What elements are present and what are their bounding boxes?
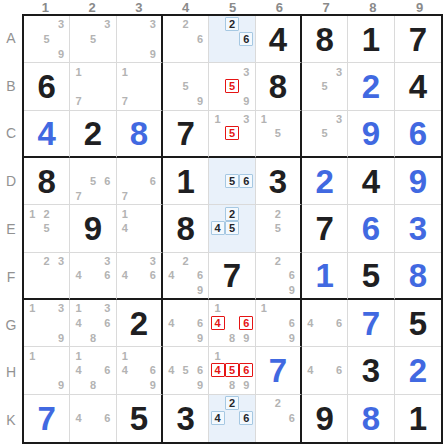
cell-G5[interactable]: 18946: [209, 300, 255, 347]
cell-B2[interactable]: 17: [70, 63, 116, 110]
candidate-E1-5: 5: [39, 221, 53, 236]
solved-digit-C8: 9: [348, 111, 393, 156]
given-digit-K4: 3: [163, 395, 208, 442]
candidates-D3: 67: [118, 159, 160, 203]
cell-K7[interactable]: 9: [302, 395, 348, 442]
cell-G1[interactable]: 139: [24, 300, 70, 347]
solved-digit-D7: 2: [302, 158, 347, 204]
candidate-G5-9: 9: [239, 331, 253, 346]
candidate-G4-6: 6: [193, 316, 207, 331]
cell-G6[interactable]: 169: [256, 300, 302, 347]
cell-F4[interactable]: 2469: [163, 253, 209, 300]
candidate-K6-2: 2: [271, 396, 285, 411]
cell-B5[interactable]: 395: [209, 63, 255, 110]
candidate-G1-3: 3: [54, 301, 68, 316]
candidate-H5-5-eliminated: 5: [225, 363, 239, 378]
candidate-B4-9: 9: [193, 94, 207, 109]
given-digit-D4: 1: [163, 158, 208, 204]
candidates-E3: 14: [118, 206, 160, 250]
candidate-C7-5: 5: [317, 126, 331, 140]
cell-H6[interactable]: 7: [256, 347, 302, 394]
cell-A7[interactable]: 8: [302, 16, 348, 63]
cell-H8[interactable]: 3: [348, 347, 394, 394]
candidate-A3-9: 9: [146, 47, 160, 62]
column-label-9: 9: [396, 0, 443, 14]
candidates-G7: 46: [303, 301, 346, 345]
candidate-G2-3: 3: [100, 301, 114, 316]
candidate-E5-2-kept: 2: [225, 206, 239, 221]
candidate-F6-2: 2: [271, 254, 285, 268]
candidate-H4-5: 5: [178, 363, 192, 378]
candidate-E3-1: 1: [118, 206, 132, 221]
candidates-C7: 35: [303, 112, 346, 155]
candidate-G6-9: 9: [285, 331, 299, 346]
candidate-G6-1: 1: [257, 301, 271, 316]
solved-digit-D9: 9: [395, 158, 441, 204]
cell-B6[interactable]: 8: [256, 63, 302, 110]
candidates-H7: 46: [303, 348, 346, 392]
candidate-K5-6-kept: 6: [239, 411, 253, 426]
column-label-8: 8: [349, 0, 396, 14]
cell-C9[interactable]: 6: [395, 111, 441, 158]
cell-A4[interactable]: 26: [163, 16, 209, 63]
candidate-K5-2-kept: 2: [225, 396, 239, 411]
cell-D3[interactable]: 67: [117, 158, 163, 205]
candidate-H1-9: 9: [54, 378, 68, 393]
solved-digit-K8: 8: [348, 395, 393, 442]
cell-E2[interactable]: 9: [70, 205, 116, 252]
candidate-B5-5-eliminated: 5: [225, 79, 239, 94]
candidate-G7-4: 4: [303, 316, 317, 331]
cell-E6[interactable]: 25: [256, 205, 302, 252]
candidate-G2-8: 8: [86, 331, 100, 346]
given-digit-B9: 4: [395, 63, 441, 109]
candidate-H5-6-eliminated: 6: [239, 363, 253, 378]
cell-C6[interactable]: 15: [256, 111, 302, 158]
solved-digit-F7: 1: [302, 253, 347, 298]
candidates-A4: 26: [164, 17, 207, 61]
cell-B8[interactable]: 2: [348, 63, 394, 110]
row-label-G: G: [0, 301, 22, 349]
cell-D1[interactable]: 8: [24, 158, 70, 205]
sudoku-board: 3593539262648176171759395835244287135153…: [22, 14, 443, 444]
given-digit-A6: 4: [256, 16, 300, 62]
cell-A5[interactable]: 26: [209, 16, 255, 63]
candidate-F6-6: 6: [285, 268, 299, 282]
cell-C4[interactable]: 7: [163, 111, 209, 158]
candidate-A4-6: 6: [193, 32, 207, 47]
cell-K2[interactable]: 46: [70, 395, 116, 442]
candidates-A2: 35: [71, 17, 114, 61]
given-digit-C2: 2: [70, 111, 115, 156]
cell-A2[interactable]: 35: [70, 16, 116, 63]
candidate-C5-5-eliminated: 5: [225, 126, 239, 140]
cell-A8[interactable]: 1: [348, 16, 394, 63]
given-digit-A9: 7: [395, 16, 441, 62]
cell-E9[interactable]: 3: [395, 205, 441, 252]
cell-K8[interactable]: 8: [348, 395, 394, 442]
candidate-K2-6: 6: [100, 411, 114, 426]
candidates-F3: 346: [118, 254, 160, 297]
solved-digit-C3: 8: [117, 111, 161, 156]
solved-digit-E8: 6: [348, 205, 393, 251]
candidate-E5-4-kept: 4: [210, 221, 224, 236]
candidate-H7-6: 6: [332, 363, 346, 378]
row-label-F: F: [0, 253, 22, 301]
candidate-H3-4: 4: [118, 363, 132, 378]
cell-B1[interactable]: 6: [24, 63, 70, 110]
candidates-K5: 246: [210, 396, 253, 441]
given-digit-E4: 8: [163, 205, 208, 251]
cell-H4[interactable]: 4569: [163, 347, 209, 394]
candidate-A1-9: 9: [54, 47, 68, 62]
cell-G4[interactable]: 469: [163, 300, 209, 347]
candidate-G2-6: 6: [100, 316, 114, 331]
candidate-B2-7: 7: [71, 94, 85, 109]
candidates-K6: 26: [257, 396, 299, 441]
solved-digit-C9: 6: [395, 111, 441, 156]
cell-C1[interactable]: 4: [24, 111, 70, 158]
candidates-A5: 26: [210, 17, 253, 61]
column-label-1: 1: [22, 0, 69, 14]
solved-digit-H9: 2: [395, 347, 441, 393]
cell-K6[interactable]: 26: [256, 395, 302, 442]
candidate-D3-7: 7: [118, 189, 132, 204]
candidate-A1-5: 5: [39, 32, 53, 47]
candidate-C5-1: 1: [210, 112, 224, 126]
cell-F1[interactable]: 23: [24, 253, 70, 300]
candidate-H2-6: 6: [100, 363, 114, 378]
candidate-A2-3: 3: [100, 17, 114, 32]
cell-G2[interactable]: 13468: [70, 300, 116, 347]
candidate-E6-5: 5: [271, 221, 285, 236]
candidate-K6-6: 6: [285, 411, 299, 426]
cell-F9[interactable]: 8: [395, 253, 441, 300]
candidate-H2-4: 4: [71, 363, 85, 378]
cell-G9[interactable]: 5: [395, 300, 441, 347]
cell-E8[interactable]: 6: [348, 205, 394, 252]
cell-A9[interactable]: 7: [395, 16, 441, 63]
given-digit-F8: 5: [348, 253, 393, 298]
cell-B9[interactable]: 4: [395, 63, 441, 110]
cell-F6[interactable]: 269: [256, 253, 302, 300]
cell-G7[interactable]: 46: [302, 300, 348, 347]
candidate-H4-4: 4: [164, 363, 178, 378]
cell-H2[interactable]: 1468: [70, 347, 116, 394]
candidate-K5-4-kept: 4: [210, 411, 224, 426]
candidate-F3-4: 4: [118, 268, 132, 282]
given-digit-D8: 4: [348, 158, 393, 204]
cell-D9[interactable]: 9: [395, 158, 441, 205]
cell-G3[interactable]: 2: [117, 300, 163, 347]
candidates-D2: 567: [71, 159, 114, 203]
candidate-H7-4: 4: [303, 363, 317, 378]
cell-K5[interactable]: 246: [209, 395, 255, 442]
cell-D2[interactable]: 567: [70, 158, 116, 205]
cell-B7[interactable]: 35: [302, 63, 348, 110]
candidates-F4: 2469: [164, 254, 207, 297]
candidate-B3-1: 1: [118, 64, 132, 79]
candidate-G6-6: 6: [285, 316, 299, 331]
candidate-G5-8: 8: [225, 331, 239, 346]
cell-D8[interactable]: 4: [348, 158, 394, 205]
cell-H3[interactable]: 1469: [117, 347, 163, 394]
candidate-B2-1: 1: [71, 64, 85, 79]
given-digit-C4: 7: [163, 111, 208, 156]
candidate-H2-8: 8: [86, 378, 100, 393]
candidate-H3-6: 6: [146, 363, 160, 378]
candidate-G2-1: 1: [71, 301, 85, 316]
candidates-B3: 17: [118, 64, 160, 108]
given-digit-B6: 8: [256, 63, 300, 109]
column-labels: 123456789: [22, 0, 443, 14]
candidate-F4-6: 6: [193, 268, 207, 282]
cell-E7[interactable]: 7: [302, 205, 348, 252]
candidate-G2-4: 4: [71, 316, 85, 331]
candidates-H2: 1468: [71, 348, 114, 392]
candidate-E6-2: 2: [271, 206, 285, 221]
given-digit-E7: 7: [302, 205, 347, 251]
candidates-E6: 25: [257, 206, 299, 250]
given-digit-E2: 9: [70, 205, 115, 251]
candidate-A3-3: 3: [146, 17, 160, 32]
row-label-H: H: [0, 348, 22, 396]
candidate-F2-6: 6: [100, 268, 114, 282]
given-digit-D1: 8: [24, 158, 69, 204]
candidate-C7-3: 3: [332, 112, 346, 126]
candidates-G4: 469: [164, 301, 207, 345]
candidate-G7-6: 6: [332, 316, 346, 331]
given-digit-K3: 5: [117, 395, 161, 442]
candidate-A2-5: 5: [86, 32, 100, 47]
column-label-4: 4: [162, 0, 209, 14]
candidate-A1-3: 3: [54, 17, 68, 32]
given-digit-D6: 3: [256, 158, 300, 204]
solved-digit-C1: 4: [24, 111, 69, 156]
cell-F3[interactable]: 346: [117, 253, 163, 300]
given-digit-A7: 8: [302, 16, 347, 62]
candidate-A5-6-kept: 6: [239, 32, 253, 47]
cell-F8[interactable]: 5: [348, 253, 394, 300]
candidates-G6: 169: [257, 301, 299, 345]
candidates-A1: 359: [25, 17, 68, 61]
cell-E4[interactable]: 8: [163, 205, 209, 252]
row-label-A: A: [0, 14, 22, 62]
cell-C7[interactable]: 35: [302, 111, 348, 158]
candidate-G4-9: 9: [193, 331, 207, 346]
candidate-K2-4: 4: [71, 411, 85, 426]
candidates-H1: 19: [25, 348, 68, 392]
candidate-F2-3: 3: [100, 254, 114, 268]
cell-A3[interactable]: 39: [117, 16, 163, 63]
cell-G8[interactable]: 7: [348, 300, 394, 347]
cell-D4[interactable]: 1: [163, 158, 209, 205]
candidate-B4-5: 5: [178, 79, 192, 94]
given-digit-B1: 6: [24, 63, 69, 109]
candidate-H3-1: 1: [118, 348, 132, 363]
cell-A1[interactable]: 359: [24, 16, 70, 63]
candidate-H5-8: 8: [225, 378, 239, 393]
candidate-E1-1: 1: [25, 206, 39, 221]
candidate-C6-1: 1: [257, 112, 271, 126]
cell-F7[interactable]: 1: [302, 253, 348, 300]
cell-E5[interactable]: 245: [209, 205, 255, 252]
candidate-D2-5: 5: [86, 174, 100, 189]
solved-digit-H6: 7: [256, 347, 300, 393]
candidate-D5-5-kept: 5: [225, 174, 239, 189]
candidate-C5-3: 3: [239, 112, 253, 126]
candidate-B7-3: 3: [332, 64, 346, 79]
candidate-H5-1: 1: [210, 348, 224, 363]
solved-digit-E9: 3: [395, 205, 441, 251]
candidates-B5: 395: [210, 64, 253, 108]
solved-digit-G8: 7: [348, 300, 393, 346]
candidate-F2-4: 4: [71, 268, 85, 282]
cell-C2[interactable]: 2: [70, 111, 116, 158]
candidate-B5-3: 3: [239, 64, 253, 79]
candidate-G5-4-eliminated: 4: [210, 316, 224, 331]
given-digit-H8: 3: [348, 347, 393, 393]
candidates-F6: 269: [257, 254, 299, 297]
candidates-E5: 245: [210, 206, 253, 250]
candidate-H5-9: 9: [239, 378, 253, 393]
candidate-F1-3: 3: [54, 254, 68, 268]
candidate-E3-4: 4: [118, 221, 132, 236]
column-label-5: 5: [209, 0, 256, 14]
row-labels: ABCDEFGHK: [0, 14, 22, 444]
cell-K9[interactable]: 1: [395, 395, 441, 442]
cell-E3[interactable]: 14: [117, 205, 163, 252]
candidate-E5-5-kept: 5: [225, 221, 239, 236]
given-digit-K7: 9: [302, 395, 347, 442]
candidates-H3: 1469: [118, 348, 160, 392]
candidates-C5: 135: [210, 112, 253, 155]
solved-digit-K1: 7: [24, 395, 69, 442]
column-label-6: 6: [256, 0, 303, 14]
cell-B3[interactable]: 17: [117, 63, 163, 110]
row-label-E: E: [0, 205, 22, 253]
candidate-A5-2-kept: 2: [225, 17, 239, 32]
candidates-F1: 23: [25, 254, 68, 297]
cell-D6[interactable]: 3: [256, 158, 302, 205]
cell-D5[interactable]: 56: [209, 158, 255, 205]
cell-H7[interactable]: 46: [302, 347, 348, 394]
row-label-K: K: [0, 396, 22, 444]
cell-K3[interactable]: 5: [117, 395, 163, 442]
candidates-B4: 59: [164, 64, 207, 108]
candidate-G5-1: 1: [210, 301, 224, 316]
candidate-H4-6: 6: [193, 363, 207, 378]
given-digit-K9: 1: [395, 395, 441, 442]
candidate-H2-1: 1: [71, 348, 85, 363]
candidates-B2: 17: [71, 64, 114, 108]
cell-C5[interactable]: 135: [209, 111, 255, 158]
given-digit-G9: 5: [395, 300, 441, 346]
column-label-2: 2: [69, 0, 116, 14]
candidate-A4-2: 2: [178, 17, 192, 32]
candidates-F2: 346: [71, 254, 114, 297]
cell-E1[interactable]: 125: [24, 205, 70, 252]
cell-A6[interactable]: 4: [256, 16, 302, 63]
cell-C3[interactable]: 8: [117, 111, 163, 158]
candidate-D2-7: 7: [71, 189, 85, 204]
row-label-C: C: [0, 110, 22, 158]
candidate-B5-9: 9: [239, 94, 253, 109]
solved-digit-F9: 8: [395, 253, 441, 298]
candidates-B7: 35: [303, 64, 346, 108]
candidate-F4-4: 4: [164, 268, 178, 282]
cell-H5[interactable]: 189456: [209, 347, 255, 394]
cell-H1[interactable]: 19: [24, 347, 70, 394]
candidate-H5-4-eliminated: 4: [210, 363, 224, 378]
column-label-7: 7: [303, 0, 350, 14]
cell-H9[interactable]: 2: [395, 347, 441, 394]
candidate-E1-2: 2: [39, 206, 53, 221]
candidate-G4-4: 4: [164, 316, 178, 331]
cell-K1[interactable]: 7: [24, 395, 70, 442]
candidate-F4-2: 2: [178, 254, 192, 268]
given-digit-F5: 7: [209, 253, 254, 298]
candidate-F1-2: 2: [39, 254, 53, 268]
candidates-G2: 13468: [71, 301, 114, 345]
candidates-C6: 15: [257, 112, 299, 155]
candidate-G1-9: 9: [54, 331, 68, 346]
candidate-F3-6: 6: [146, 268, 160, 282]
candidates-A3: 39: [118, 17, 160, 61]
candidate-D5-6-kept: 6: [239, 174, 253, 189]
cell-F5[interactable]: 7: [209, 253, 255, 300]
candidate-D3-6: 6: [146, 174, 160, 189]
given-digit-G3: 2: [117, 300, 161, 346]
candidate-F3-3: 3: [146, 254, 160, 268]
cell-B4[interactable]: 59: [163, 63, 209, 110]
candidates-K2: 46: [71, 396, 114, 441]
cell-F2[interactable]: 346: [70, 253, 116, 300]
candidate-D2-6: 6: [100, 174, 114, 189]
candidate-B7-5: 5: [317, 79, 331, 94]
candidate-C6-5: 5: [271, 126, 285, 140]
candidate-B3-7: 7: [118, 94, 132, 109]
candidate-F4-9: 9: [193, 283, 207, 297]
candidates-H5: 189456: [210, 348, 253, 392]
cell-D7[interactable]: 2: [302, 158, 348, 205]
candidate-H3-9: 9: [146, 378, 160, 393]
sudoku-app: 123456789 ABCDEFGHK 35935392626481761717…: [0, 0, 443, 444]
candidates-D5: 56: [210, 159, 253, 203]
candidate-G1-1: 1: [25, 301, 39, 316]
row-label-B: B: [0, 62, 22, 110]
row-label-D: D: [0, 157, 22, 205]
candidates-G1: 139: [25, 301, 68, 345]
column-label-3: 3: [116, 0, 163, 14]
candidates-H4: 4569: [164, 348, 207, 392]
candidate-H4-9: 9: [193, 378, 207, 393]
cell-K4[interactable]: 3: [163, 395, 209, 442]
candidate-F6-9: 9: [285, 283, 299, 297]
candidate-G5-6-eliminated: 6: [239, 316, 253, 331]
candidates-E1: 125: [25, 206, 68, 250]
cell-C8[interactable]: 9: [348, 111, 394, 158]
given-digit-A8: 1: [348, 16, 393, 62]
solved-digit-B8: 2: [348, 63, 393, 109]
candidate-H1-1: 1: [25, 348, 39, 363]
candidates-G5: 18946: [210, 301, 253, 345]
